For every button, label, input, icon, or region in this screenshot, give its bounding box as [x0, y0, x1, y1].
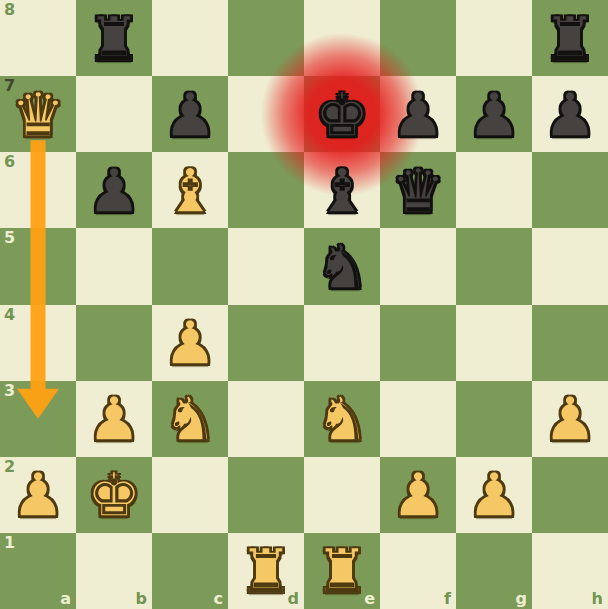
square-g7[interactable]: ♟ — [456, 76, 532, 152]
piece-white-knight-e3[interactable]: ♞ — [304, 381, 380, 457]
file-label-c: c — [214, 590, 223, 608]
square-h7[interactable]: ♟ — [532, 76, 608, 152]
file-label-h: h — [592, 590, 603, 608]
square-h5[interactable] — [532, 228, 608, 304]
piece-white-pawn-g2[interactable]: ♟ — [456, 457, 532, 533]
square-b5[interactable] — [76, 228, 152, 304]
piece-white-pawn-c4[interactable]: ♟ — [152, 305, 228, 381]
square-f1[interactable]: f — [380, 533, 456, 609]
square-b7[interactable] — [76, 76, 152, 152]
square-e5[interactable]: ♞ — [304, 228, 380, 304]
rank-label-8: 8 — [4, 1, 15, 19]
square-g4[interactable] — [456, 305, 532, 381]
square-d3[interactable] — [228, 381, 304, 457]
square-b1[interactable]: b — [76, 533, 152, 609]
piece-white-rook-d1[interactable]: ♜ — [228, 533, 304, 609]
square-f3[interactable] — [380, 381, 456, 457]
chess-board: 8♜♜7♛♟♚♟♟♟6♟♝♝♛5♞4♟3♟♞♞♟2♟♚♟♟1abcd♜e♜fgh — [0, 0, 608, 609]
piece-black-bishop-e6[interactable]: ♝ — [304, 152, 380, 228]
piece-white-pawn-f2[interactable]: ♟ — [380, 457, 456, 533]
square-f7[interactable]: ♟ — [380, 76, 456, 152]
square-e8[interactable] — [304, 0, 380, 76]
square-d7[interactable] — [228, 76, 304, 152]
square-a1[interactable]: 1a — [0, 533, 76, 609]
square-h8[interactable]: ♜ — [532, 0, 608, 76]
square-a3[interactable]: 3 — [0, 381, 76, 457]
file-label-g: g — [516, 590, 527, 608]
piece-white-pawn-h3[interactable]: ♟ — [532, 381, 608, 457]
square-b2[interactable]: ♚ — [76, 457, 152, 533]
square-h4[interactable] — [532, 305, 608, 381]
rank-label-3: 3 — [4, 382, 15, 400]
square-d5[interactable] — [228, 228, 304, 304]
piece-white-pawn-a2[interactable]: ♟ — [0, 457, 76, 533]
square-g1[interactable]: g — [456, 533, 532, 609]
piece-black-pawn-b6[interactable]: ♟ — [76, 152, 152, 228]
square-f6[interactable]: ♛ — [380, 152, 456, 228]
square-d2[interactable] — [228, 457, 304, 533]
square-h6[interactable] — [532, 152, 608, 228]
square-f5[interactable] — [380, 228, 456, 304]
rank-label-5: 5 — [4, 229, 15, 247]
square-e2[interactable] — [304, 457, 380, 533]
piece-black-rook-h8[interactable]: ♜ — [532, 0, 608, 76]
square-e1[interactable]: e♜ — [304, 533, 380, 609]
square-g3[interactable] — [456, 381, 532, 457]
piece-black-king-e7[interactable]: ♚ — [304, 76, 380, 152]
square-g5[interactable] — [456, 228, 532, 304]
file-label-b: b — [136, 590, 147, 608]
rank-label-6: 6 — [4, 153, 15, 171]
square-d8[interactable] — [228, 0, 304, 76]
piece-black-pawn-c7[interactable]: ♟ — [152, 76, 228, 152]
square-g2[interactable]: ♟ — [456, 457, 532, 533]
square-c7[interactable]: ♟ — [152, 76, 228, 152]
square-e7[interactable]: ♚ — [304, 76, 380, 152]
square-a4[interactable]: 4 — [0, 305, 76, 381]
square-c2[interactable] — [152, 457, 228, 533]
square-e3[interactable]: ♞ — [304, 381, 380, 457]
square-e6[interactable]: ♝ — [304, 152, 380, 228]
square-c5[interactable] — [152, 228, 228, 304]
square-b3[interactable]: ♟ — [76, 381, 152, 457]
file-label-a: a — [60, 590, 71, 608]
square-f8[interactable] — [380, 0, 456, 76]
square-a2[interactable]: 2♟ — [0, 457, 76, 533]
square-c1[interactable]: c — [152, 533, 228, 609]
square-c6[interactable]: ♝ — [152, 152, 228, 228]
square-g6[interactable] — [456, 152, 532, 228]
square-c8[interactable] — [152, 0, 228, 76]
square-g8[interactable] — [456, 0, 532, 76]
square-a8[interactable]: 8 — [0, 0, 76, 76]
piece-black-queen-f6[interactable]: ♛ — [380, 152, 456, 228]
rank-label-1: 1 — [4, 534, 15, 552]
square-d4[interactable] — [228, 305, 304, 381]
square-c3[interactable]: ♞ — [152, 381, 228, 457]
piece-white-pawn-b3[interactable]: ♟ — [76, 381, 152, 457]
piece-white-knight-c3[interactable]: ♞ — [152, 381, 228, 457]
square-h3[interactable]: ♟ — [532, 381, 608, 457]
piece-black-pawn-g7[interactable]: ♟ — [456, 76, 532, 152]
square-h2[interactable] — [532, 457, 608, 533]
piece-black-pawn-f7[interactable]: ♟ — [380, 76, 456, 152]
piece-white-rook-e1[interactable]: ♜ — [304, 533, 380, 609]
file-label-f: f — [444, 590, 451, 608]
square-c4[interactable]: ♟ — [152, 305, 228, 381]
square-h1[interactable]: h — [532, 533, 608, 609]
square-a5[interactable]: 5 — [0, 228, 76, 304]
square-b8[interactable]: ♜ — [76, 0, 152, 76]
piece-white-queen-a7[interactable]: ♛ — [0, 76, 76, 152]
square-d6[interactable] — [228, 152, 304, 228]
piece-black-rook-b8[interactable]: ♜ — [76, 0, 152, 76]
piece-white-bishop-c6[interactable]: ♝ — [152, 152, 228, 228]
square-f2[interactable]: ♟ — [380, 457, 456, 533]
square-b6[interactable]: ♟ — [76, 152, 152, 228]
piece-black-knight-e5[interactable]: ♞ — [304, 228, 380, 304]
piece-white-king-b2[interactable]: ♚ — [76, 457, 152, 533]
square-a6[interactable]: 6 — [0, 152, 76, 228]
square-b4[interactable] — [76, 305, 152, 381]
square-e4[interactable] — [304, 305, 380, 381]
square-d1[interactable]: d♜ — [228, 533, 304, 609]
rank-label-4: 4 — [4, 306, 15, 324]
square-a7[interactable]: 7♛ — [0, 76, 76, 152]
piece-black-pawn-h7[interactable]: ♟ — [532, 76, 608, 152]
square-f4[interactable] — [380, 305, 456, 381]
